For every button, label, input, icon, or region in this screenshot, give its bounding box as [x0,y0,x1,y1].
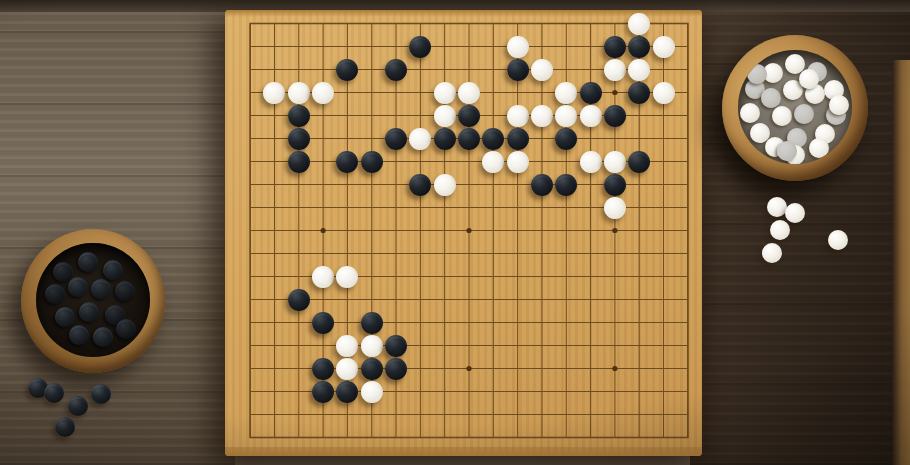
board-cell[interactable] [360,35,384,58]
board-cell[interactable] [335,35,359,58]
board-cell[interactable] [554,150,578,173]
board-cell[interactable] [481,104,505,127]
board-cell[interactable]: ● [457,104,481,127]
board-cell[interactable] [360,242,384,265]
board-cell[interactable] [554,380,578,403]
black-stone[interactable]: ● [531,174,553,196]
white-stone[interactable]: ● [434,82,456,104]
white-stone[interactable]: ● [361,381,383,403]
board-cell[interactable] [554,334,578,357]
board-cell[interactable] [384,104,408,127]
board-cell[interactable] [603,311,627,334]
board-cell[interactable] [433,426,457,449]
board-cell[interactable]: ● [530,104,554,127]
board-cell[interactable] [433,150,457,173]
board-cell[interactable] [627,173,651,196]
board-cell[interactable] [530,150,554,173]
white-stone-loose[interactable]: ● [762,243,782,263]
board-cell[interactable] [603,219,627,242]
board-cell[interactable] [287,173,311,196]
board-cell[interactable] [554,219,578,242]
board-cell[interactable] [433,403,457,426]
board-cell[interactable] [384,12,408,35]
black-stone[interactable]: ● [385,128,407,150]
board-cell[interactable] [384,219,408,242]
board-cell[interactable]: ● [554,127,578,150]
board-cell[interactable] [530,334,554,357]
board-cell[interactable]: ● [287,288,311,311]
board-cell[interactable] [676,380,700,403]
board-cell[interactable]: ● [335,357,359,380]
board-cell[interactable] [311,150,335,173]
board-cell[interactable] [457,426,481,449]
white-stone[interactable]: ● [653,82,675,104]
board-cell[interactable] [505,219,529,242]
white-stone[interactable]: ● [628,13,650,35]
board-cell[interactable]: ● [505,58,529,81]
white-stone[interactable]: ● [555,105,577,127]
white-stone[interactable]: ● [507,36,529,58]
board-cell[interactable] [287,357,311,380]
board-cell[interactable] [238,334,262,357]
board-cell[interactable] [384,242,408,265]
white-stone[interactable]: ● [482,151,504,173]
board-cell[interactable]: ● [505,150,529,173]
black-stone[interactable]: ● [507,128,529,150]
board-cell[interactable] [335,288,359,311]
board-cell[interactable] [408,357,432,380]
board-cell[interactable] [287,219,311,242]
board-cell[interactable] [384,426,408,449]
board-cell[interactable] [433,288,457,311]
board-cell[interactable] [287,242,311,265]
board-cell[interactable] [262,334,286,357]
board-cell[interactable]: ● [384,357,408,380]
board-cell[interactable] [287,426,311,449]
board-cell[interactable] [335,196,359,219]
black-stone[interactable]: ● [361,312,383,334]
white-stone[interactable]: ● [361,335,383,357]
board-cell[interactable] [530,311,554,334]
board-cell[interactable] [481,311,505,334]
go-board[interactable]: ●●●●●●●●●●●●●●●●●●●●●●●●●●●●●●●●●●●●●●●●… [225,10,702,456]
board-cell[interactable] [554,288,578,311]
board-cell[interactable]: ● [627,35,651,58]
board-cell[interactable] [335,242,359,265]
white-stone[interactable]: ● [604,151,626,173]
black-stone[interactable]: ● [628,82,650,104]
board-cell[interactable] [262,219,286,242]
board-cell[interactable] [384,150,408,173]
board-cell[interactable] [360,104,384,127]
board-cell[interactable] [262,380,286,403]
board-cell[interactable] [578,35,602,58]
board-cell[interactable] [530,380,554,403]
board-cell[interactable]: ● [554,104,578,127]
white-stone[interactable]: ● [336,358,358,380]
board-cell[interactable] [578,12,602,35]
board-cell[interactable] [505,12,529,35]
board-cell[interactable] [311,288,335,311]
board-cell[interactable]: ● [578,81,602,104]
board-cell[interactable] [651,380,675,403]
board-cell[interactable] [408,334,432,357]
board-cell[interactable] [481,35,505,58]
board-cell[interactable] [408,242,432,265]
board-cell[interactable] [481,173,505,196]
board-cell[interactable] [238,288,262,311]
board-cell[interactable] [676,242,700,265]
board-cell[interactable] [238,403,262,426]
board-cell[interactable]: ● [287,81,311,104]
board-cell[interactable] [603,12,627,35]
board-cell[interactable]: ● [360,334,384,357]
board-cell[interactable] [408,311,432,334]
board-cell[interactable] [238,173,262,196]
board-cell[interactable] [676,196,700,219]
board-cell[interactable] [335,219,359,242]
board-cell[interactable] [505,334,529,357]
board-cell[interactable] [262,173,286,196]
board-cell[interactable] [505,380,529,403]
board-cell[interactable]: ● [335,380,359,403]
white-stone[interactable]: ● [458,82,480,104]
board-cell[interactable] [676,58,700,81]
board-cell[interactable] [676,104,700,127]
board-cell[interactable] [676,173,700,196]
board-cell[interactable] [287,35,311,58]
board-cell[interactable] [530,288,554,311]
board-cell[interactable] [554,242,578,265]
board-cell[interactable]: ● [603,35,627,58]
board-cell[interactable] [287,380,311,403]
board-cell[interactable]: ● [335,150,359,173]
board-cell[interactable] [311,196,335,219]
board-cell[interactable] [457,219,481,242]
board-cell[interactable] [481,357,505,380]
board-cell[interactable] [335,426,359,449]
board-cell[interactable]: ● [530,58,554,81]
board-cell[interactable]: ● [603,104,627,127]
black-stone[interactable]: ● [580,82,602,104]
board-cell[interactable] [505,426,529,449]
board-cell[interactable]: ● [360,311,384,334]
board-cell[interactable] [627,104,651,127]
board-cell[interactable] [433,334,457,357]
board-cell[interactable]: ● [627,81,651,104]
board-cell[interactable]: ● [262,81,286,104]
board-cell[interactable] [433,12,457,35]
board-cell[interactable]: ● [603,173,627,196]
board-cell[interactable] [408,288,432,311]
board-cell[interactable] [311,127,335,150]
board-cell[interactable]: ● [335,58,359,81]
board-cell[interactable] [627,288,651,311]
black-stone[interactable]: ● [409,174,431,196]
board-cell[interactable] [554,35,578,58]
board-cell[interactable] [554,265,578,288]
board-cell[interactable]: ● [408,127,432,150]
white-stone[interactable]: ● [653,36,675,58]
board-cell[interactable] [481,334,505,357]
board-cell[interactable] [287,311,311,334]
board-cell[interactable] [311,242,335,265]
board-cell[interactable]: ● [578,104,602,127]
board-cell[interactable] [530,426,554,449]
board-cell[interactable] [384,196,408,219]
white-stone-loose[interactable]: ● [785,203,805,223]
board-cell[interactable]: ● [433,104,457,127]
board-cell[interactable] [262,127,286,150]
board-cell[interactable] [578,265,602,288]
board-cell[interactable]: ● [457,81,481,104]
board-cell[interactable] [457,35,481,58]
board-cell[interactable]: ● [287,127,311,150]
board-cell[interactable] [311,35,335,58]
white-stone[interactable]: ● [531,105,553,127]
go-grid[interactable]: ●●●●●●●●●●●●●●●●●●●●●●●●●●●●●●●●●●●●●●●●… [238,12,700,449]
board-cell[interactable] [578,311,602,334]
board-cell[interactable]: ● [408,35,432,58]
board-cell[interactable] [238,12,262,35]
board-cell[interactable] [433,58,457,81]
board-cell[interactable]: ● [554,173,578,196]
board-cell[interactable] [505,311,529,334]
board-cell[interactable] [505,288,529,311]
board-cell[interactable]: ● [627,58,651,81]
board-cell[interactable] [505,242,529,265]
board-cell[interactable] [603,334,627,357]
board-cell[interactable] [238,150,262,173]
board-cell[interactable]: ● [651,81,675,104]
board-cell[interactable] [505,403,529,426]
board-cell[interactable] [505,265,529,288]
board-cell[interactable] [481,426,505,449]
board-cell[interactable] [578,288,602,311]
board-cell[interactable] [262,35,286,58]
board-cell[interactable] [578,127,602,150]
white-stone[interactable]: ● [555,82,577,104]
board-cell[interactable] [627,380,651,403]
board-cell[interactable] [554,12,578,35]
board-cell[interactable] [360,265,384,288]
board-cell[interactable] [505,81,529,104]
board-cell[interactable] [481,81,505,104]
board-cell[interactable] [578,219,602,242]
board-cell[interactable] [433,311,457,334]
board-cell[interactable] [603,426,627,449]
board-cell[interactable] [287,12,311,35]
white-stone[interactable]: ● [336,266,358,288]
board-cell[interactable] [360,219,384,242]
board-cell[interactable] [408,150,432,173]
board-cell[interactable] [578,334,602,357]
black-stone-loose[interactable]: ● [68,396,88,416]
board-cell[interactable] [335,81,359,104]
board-cell[interactable] [262,104,286,127]
board-cell[interactable] [384,265,408,288]
board-cell[interactable] [311,334,335,357]
board-cell[interactable] [384,288,408,311]
board-cell[interactable]: ● [287,150,311,173]
board-cell[interactable] [651,127,675,150]
board-cell[interactable]: ● [627,12,651,35]
board-cell[interactable] [651,288,675,311]
board-cell[interactable] [238,265,262,288]
board-cell[interactable] [603,265,627,288]
black-stone[interactable]: ● [507,59,529,81]
board-cell[interactable] [530,357,554,380]
black-stone-loose[interactable]: ● [44,383,64,403]
board-cell[interactable] [262,311,286,334]
board-cell[interactable]: ● [335,265,359,288]
board-cell[interactable] [481,380,505,403]
board-cell[interactable] [578,426,602,449]
board-cell[interactable] [238,104,262,127]
black-stone[interactable]: ● [336,59,358,81]
board-cell[interactable] [238,242,262,265]
board-cell[interactable] [360,196,384,219]
board-cell[interactable] [651,334,675,357]
board-cell[interactable] [238,357,262,380]
board-cell[interactable] [627,357,651,380]
board-cell[interactable] [238,81,262,104]
board-cell[interactable] [505,173,529,196]
board-cell[interactable] [335,12,359,35]
board-cell[interactable] [457,288,481,311]
board-cell[interactable] [457,403,481,426]
board-cell[interactable] [457,357,481,380]
white-stone[interactable]: ● [312,82,334,104]
black-stone[interactable]: ● [312,381,334,403]
board-cell[interactable] [360,173,384,196]
board-cell[interactable] [530,219,554,242]
board-cell[interactable] [481,12,505,35]
black-stone[interactable]: ● [458,105,480,127]
board-cell[interactable] [651,403,675,426]
board-cell[interactable] [530,265,554,288]
board-cell[interactable] [408,104,432,127]
board-cell[interactable]: ● [311,81,335,104]
board-cell[interactable] [505,357,529,380]
board-cell[interactable] [287,58,311,81]
black-stone[interactable]: ● [288,289,310,311]
board-cell[interactable] [603,357,627,380]
board-cell[interactable] [481,265,505,288]
white-stone[interactable]: ● [580,105,602,127]
black-stone[interactable]: ● [482,128,504,150]
board-cell[interactable] [238,58,262,81]
board-cell[interactable] [311,104,335,127]
board-cell[interactable] [603,81,627,104]
board-cell[interactable] [360,81,384,104]
board-cell[interactable] [360,403,384,426]
board-cell[interactable]: ● [433,127,457,150]
board-cell[interactable]: ● [505,35,529,58]
board-cell[interactable]: ● [651,35,675,58]
board-cell[interactable]: ● [311,311,335,334]
black-stone-loose[interactable]: ● [55,417,75,437]
board-cell[interactable] [335,173,359,196]
board-cell[interactable] [335,403,359,426]
board-cell[interactable] [311,219,335,242]
board-cell[interactable] [335,311,359,334]
white-stone[interactable]: ● [288,82,310,104]
board-cell[interactable] [578,58,602,81]
board-cell[interactable] [311,58,335,81]
board-cell[interactable] [457,150,481,173]
board-cell[interactable] [238,426,262,449]
board-cell[interactable] [384,35,408,58]
board-cell[interactable]: ● [603,150,627,173]
board-cell[interactable] [457,311,481,334]
board-cell[interactable]: ● [287,104,311,127]
board-cell[interactable] [360,288,384,311]
board-cell[interactable] [578,357,602,380]
board-cell[interactable]: ● [311,380,335,403]
board-cell[interactable] [554,357,578,380]
board-cell[interactable] [433,196,457,219]
board-cell[interactable] [627,219,651,242]
board-cell[interactable] [676,288,700,311]
board-cell[interactable] [530,403,554,426]
board-cell[interactable] [433,219,457,242]
board-cell[interactable] [627,334,651,357]
board-cell[interactable] [262,288,286,311]
white-stone[interactable]: ● [434,105,456,127]
board-cell[interactable] [384,380,408,403]
white-stone[interactable]: ● [580,151,602,173]
black-stone[interactable]: ● [555,128,577,150]
board-cell[interactable] [651,426,675,449]
board-cell[interactable] [481,242,505,265]
board-cell[interactable] [287,196,311,219]
board-cell[interactable] [627,403,651,426]
board-cell[interactable] [530,12,554,35]
board-cell[interactable]: ● [603,196,627,219]
board-cell[interactable] [651,311,675,334]
board-cell[interactable] [603,242,627,265]
board-cell[interactable]: ● [311,265,335,288]
board-cell[interactable] [676,127,700,150]
board-cell[interactable] [457,265,481,288]
board-cell[interactable] [335,127,359,150]
board-cell[interactable] [262,357,286,380]
board-cell[interactable]: ● [384,58,408,81]
board-cell[interactable] [627,426,651,449]
board-cell[interactable] [676,35,700,58]
board-cell[interactable] [603,403,627,426]
board-cell[interactable] [530,81,554,104]
board-cell[interactable] [554,196,578,219]
board-cell[interactable] [433,380,457,403]
board-cell[interactable] [457,334,481,357]
board-cell[interactable]: ● [481,127,505,150]
black-stone[interactable]: ● [604,174,626,196]
board-cell[interactable] [676,357,700,380]
black-stone[interactable]: ● [385,59,407,81]
board-cell[interactable] [287,334,311,357]
board-cell[interactable] [530,196,554,219]
board-cell[interactable]: ● [627,150,651,173]
black-stone[interactable]: ● [409,36,431,58]
board-cell[interactable] [360,426,384,449]
board-cell[interactable] [578,173,602,196]
black-stone[interactable]: ● [336,151,358,173]
board-cell[interactable] [603,127,627,150]
board-cell[interactable]: ● [433,81,457,104]
board-cell[interactable] [433,357,457,380]
